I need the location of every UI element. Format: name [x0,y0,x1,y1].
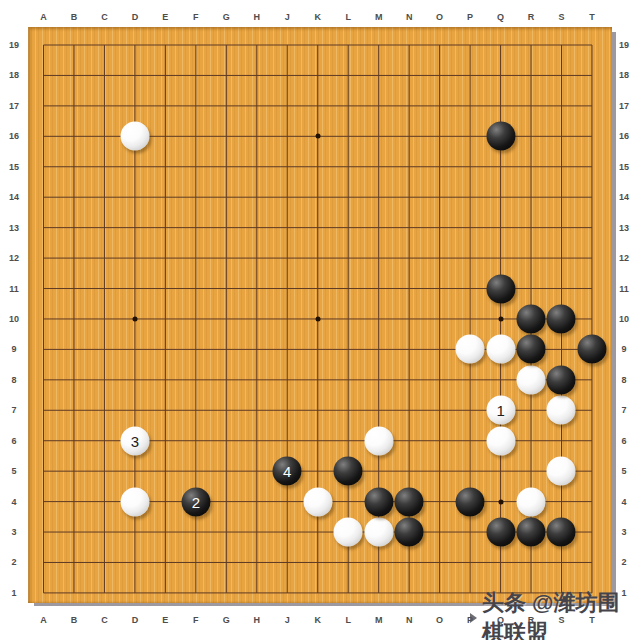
watermark-triangle-icon [470,613,477,623]
row-label-left-17: 17 [9,101,19,111]
row-label-left-13: 13 [9,223,19,233]
stone-black-F4[interactable]: 2 [181,487,210,516]
row-label-left-9: 9 [11,344,16,354]
stone-white-P9[interactable] [456,335,485,364]
watermark-text: 头条 @潍坊围棋联盟 [482,588,640,640]
row-label-left-14: 14 [9,192,19,202]
row-label-left-10: 10 [9,314,19,324]
stone-black-J5[interactable]: 4 [273,457,302,486]
stone-black-P4[interactable] [456,487,485,516]
move-number-label: 2 [192,494,200,509]
col-label-top-M: M [375,12,383,22]
col-label-top-N: N [406,12,413,22]
row-label-left-8: 8 [11,375,16,385]
col-label-top-F: F [193,12,199,22]
col-label-top-T: T [589,12,595,22]
move-number-label: 1 [496,403,504,418]
stone-white-M3[interactable] [364,518,393,547]
col-label-top-C: C [101,12,108,22]
col-label-top-D: D [132,12,139,22]
watermark: 头条 @潍坊围棋联盟 [470,602,640,634]
stone-white-S5[interactable] [547,457,576,486]
row-label-right-17: 17 [619,101,629,111]
col-label-top-B: B [71,12,78,22]
stone-white-L3[interactable] [334,518,363,547]
stone-black-N4[interactable] [395,487,424,516]
star-point-Q4 [498,499,503,504]
col-label-top-R: R [528,12,535,22]
row-label-right-12: 12 [619,253,629,263]
row-label-left-18: 18 [9,70,19,80]
stone-white-R4[interactable] [517,487,546,516]
row-label-left-15: 15 [9,162,19,172]
stone-white-S7[interactable] [547,396,576,425]
row-label-left-19: 19 [9,40,19,50]
stone-white-K4[interactable] [303,487,332,516]
col-label-top-K: K [314,12,321,22]
go-diagram-page: AABBCCDDEEFFGGHHJJKKLLMMNNOOPPQQRRSSTT19… [0,0,640,640]
star-point-K16 [315,134,320,139]
stone-black-R9[interactable] [517,335,546,364]
col-label-top-E: E [162,12,168,22]
stone-black-R3[interactable] [517,518,546,547]
col-label-bottom-J: J [285,615,290,625]
stone-white-Q6[interactable] [486,426,515,455]
col-label-bottom-C: C [101,615,108,625]
row-label-right-7: 7 [621,405,626,415]
stone-white-R8[interactable] [517,365,546,394]
star-point-Q10 [498,316,503,321]
col-label-bottom-A: A [40,615,47,625]
row-label-right-9: 9 [621,344,626,354]
star-point-D10 [132,316,137,321]
row-label-left-7: 7 [11,405,16,415]
col-label-bottom-D: D [132,615,139,625]
row-label-left-1: 1 [11,588,16,598]
stone-black-S8[interactable] [547,365,576,394]
row-label-left-11: 11 [9,284,19,294]
row-label-left-3: 3 [11,527,16,537]
row-label-right-5: 5 [621,466,626,476]
stone-black-Q3[interactable] [486,518,515,547]
col-label-top-H: H [254,12,261,22]
row-label-right-19: 19 [619,40,629,50]
row-label-right-6: 6 [621,436,626,446]
col-label-bottom-L: L [345,615,351,625]
col-label-top-O: O [436,12,443,22]
col-label-top-L: L [345,12,351,22]
stone-white-Q9[interactable] [486,335,515,364]
row-label-right-3: 3 [621,527,626,537]
col-label-bottom-K: K [314,615,321,625]
col-label-top-G: G [223,12,230,22]
row-label-left-16: 16 [9,131,19,141]
row-label-left-4: 4 [11,497,16,507]
col-label-bottom-G: G [223,615,230,625]
col-label-bottom-M: M [375,615,383,625]
row-label-right-14: 14 [619,192,629,202]
stone-white-D6[interactable]: 3 [120,426,149,455]
col-label-bottom-H: H [254,615,261,625]
row-label-right-13: 13 [619,223,629,233]
stone-black-Q11[interactable] [486,274,515,303]
stone-white-D4[interactable] [120,487,149,516]
move-number-label: 4 [283,464,291,479]
row-label-right-16: 16 [619,131,629,141]
row-label-right-18: 18 [619,70,629,80]
col-label-top-J: J [285,12,290,22]
stone-white-M6[interactable] [364,426,393,455]
row-label-right-11: 11 [619,284,629,294]
row-label-left-2: 2 [11,557,16,567]
stone-white-Q7[interactable]: 1 [486,396,515,425]
stone-black-N3[interactable] [395,518,424,547]
stone-black-L5[interactable] [334,457,363,486]
row-label-left-5: 5 [11,466,16,476]
row-label-left-12: 12 [9,253,19,263]
stone-black-R10[interactable] [517,304,546,333]
col-label-bottom-F: F [193,615,199,625]
col-label-top-A: A [40,12,47,22]
row-label-right-10: 10 [619,314,629,324]
col-label-top-P: P [467,12,473,22]
col-label-bottom-O: O [436,615,443,625]
col-label-bottom-E: E [162,615,168,625]
stone-black-T9[interactable] [577,335,606,364]
col-label-top-S: S [558,12,564,22]
row-label-right-2: 2 [621,557,626,567]
star-point-K10 [315,316,320,321]
stone-black-M4[interactable] [364,487,393,516]
row-label-left-6: 6 [11,436,16,446]
col-label-bottom-B: B [71,615,78,625]
col-label-top-Q: Q [497,12,504,22]
row-label-right-15: 15 [619,162,629,172]
stone-black-S10[interactable] [547,304,576,333]
stone-white-D16[interactable] [120,122,149,151]
stone-black-S3[interactable] [547,518,576,547]
stone-black-Q16[interactable] [486,122,515,151]
row-label-right-8: 8 [621,375,626,385]
move-number-label: 3 [131,433,139,448]
col-label-bottom-N: N [406,615,413,625]
row-label-right-4: 4 [621,497,626,507]
